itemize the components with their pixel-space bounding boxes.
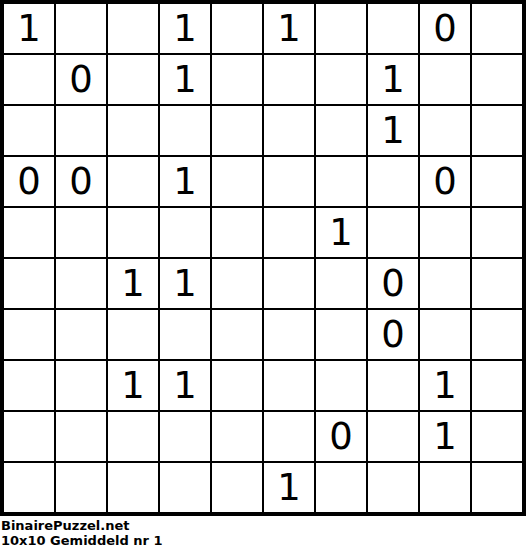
cell-r7c6[interactable] — [264, 310, 314, 359]
cell-r5c9[interactable] — [420, 208, 470, 257]
cell-r6c1[interactable] — [4, 259, 54, 308]
cell-r5c10[interactable] — [472, 208, 522, 257]
cell-r3c5[interactable] — [212, 106, 262, 155]
cell-r6c3: 1 — [108, 259, 158, 308]
cell-r3c3[interactable] — [108, 106, 158, 155]
cell-r6c10[interactable] — [472, 259, 522, 308]
cell-r2c9[interactable] — [420, 55, 470, 104]
cell-r9c6[interactable] — [264, 412, 314, 461]
cell-r5c5[interactable] — [212, 208, 262, 257]
cell-r2c7[interactable] — [316, 55, 366, 104]
cell-r10c4[interactable] — [160, 463, 210, 512]
cell-r6c7[interactable] — [316, 259, 366, 308]
cell-r4c2: 0 — [56, 157, 106, 206]
cell-r10c5[interactable] — [212, 463, 262, 512]
cell-r7c9[interactable] — [420, 310, 470, 359]
cell-r8c1[interactable] — [4, 361, 54, 410]
cell-r5c8[interactable] — [368, 208, 418, 257]
cell-r4c9: 0 — [420, 157, 470, 206]
cell-r4c8[interactable] — [368, 157, 418, 206]
cell-r2c2: 0 — [56, 55, 106, 104]
cell-r7c4[interactable] — [160, 310, 210, 359]
cell-r6c6[interactable] — [264, 259, 314, 308]
cell-r5c7: 1 — [316, 208, 366, 257]
cell-r4c1: 0 — [4, 157, 54, 206]
cell-r5c1[interactable] — [4, 208, 54, 257]
cell-r7c3[interactable] — [108, 310, 158, 359]
cell-r9c8[interactable] — [368, 412, 418, 461]
cell-r2c5[interactable] — [212, 55, 262, 104]
cell-r8c2[interactable] — [56, 361, 106, 410]
cell-r3c8: 1 — [368, 106, 418, 155]
cell-r6c8: 0 — [368, 259, 418, 308]
cell-r6c2[interactable] — [56, 259, 106, 308]
cell-r9c9: 1 — [420, 412, 470, 461]
cell-r6c5[interactable] — [212, 259, 262, 308]
cell-r3c10[interactable] — [472, 106, 522, 155]
cell-r6c9[interactable] — [420, 259, 470, 308]
cell-r8c8[interactable] — [368, 361, 418, 410]
cell-r10c6: 1 — [264, 463, 314, 512]
cell-r1c10[interactable] — [472, 4, 522, 53]
cell-r2c3[interactable] — [108, 55, 158, 104]
cell-r1c1: 1 — [4, 4, 54, 53]
cell-r9c4[interactable] — [160, 412, 210, 461]
cell-r3c4[interactable] — [160, 106, 210, 155]
cell-r1c3[interactable] — [108, 4, 158, 53]
cell-r4c4: 1 — [160, 157, 210, 206]
cell-r8c9: 1 — [420, 361, 470, 410]
puzzle-title: 10x10 Gemiddeld nr 1 — [1, 533, 524, 548]
cell-r9c1[interactable] — [4, 412, 54, 461]
cell-r10c2[interactable] — [56, 463, 106, 512]
cell-r9c2[interactable] — [56, 412, 106, 461]
cell-r3c9[interactable] — [420, 106, 470, 155]
cell-r10c3[interactable] — [108, 463, 158, 512]
cell-r5c6[interactable] — [264, 208, 314, 257]
cell-r2c6[interactable] — [264, 55, 314, 104]
cell-r1c9: 0 — [420, 4, 470, 53]
cell-r9c3[interactable] — [108, 412, 158, 461]
cell-r7c7[interactable] — [316, 310, 366, 359]
cell-r4c5[interactable] — [212, 157, 262, 206]
cell-r7c1[interactable] — [4, 310, 54, 359]
cell-r9c5[interactable] — [212, 412, 262, 461]
cell-r3c1[interactable] — [4, 106, 54, 155]
cell-r7c8: 0 — [368, 310, 418, 359]
cell-r7c5[interactable] — [212, 310, 262, 359]
cell-r10c8[interactable] — [368, 463, 418, 512]
cell-r8c4: 1 — [160, 361, 210, 410]
cell-r8c6[interactable] — [264, 361, 314, 410]
cell-r4c3[interactable] — [108, 157, 158, 206]
cell-r10c1[interactable] — [4, 463, 54, 512]
cell-r2c10[interactable] — [472, 55, 522, 104]
cell-r8c3: 1 — [108, 361, 158, 410]
cell-r5c4[interactable] — [160, 208, 210, 257]
cell-r10c7[interactable] — [316, 463, 366, 512]
cell-r7c10[interactable] — [472, 310, 522, 359]
cell-r4c7[interactable] — [316, 157, 366, 206]
cell-r6c4: 1 — [160, 259, 210, 308]
cell-r2c4: 1 — [160, 55, 210, 104]
cell-r10c9[interactable] — [420, 463, 470, 512]
cell-r2c1[interactable] — [4, 55, 54, 104]
cell-r1c8[interactable] — [368, 4, 418, 53]
footer: BinairePuzzel.net 10x10 Gemiddeld nr 1 — [0, 516, 526, 552]
cell-r10c10[interactable] — [472, 463, 522, 512]
cell-r1c6: 1 — [264, 4, 314, 53]
cell-r8c5[interactable] — [212, 361, 262, 410]
cell-r9c7: 0 — [316, 412, 366, 461]
cell-r3c7[interactable] — [316, 106, 366, 155]
cell-r5c2[interactable] — [56, 208, 106, 257]
cell-r1c7[interactable] — [316, 4, 366, 53]
cell-r4c6[interactable] — [264, 157, 314, 206]
cell-r8c10[interactable] — [472, 361, 522, 410]
cell-r1c4: 1 — [160, 4, 210, 53]
cell-r1c5[interactable] — [212, 4, 262, 53]
binary-puzzle-board: 11100111001011100111011 — [0, 0, 526, 516]
site-name: BinairePuzzel.net — [1, 518, 524, 533]
cell-r5c3[interactable] — [108, 208, 158, 257]
cell-r2c8: 1 — [368, 55, 418, 104]
cell-r7c2[interactable] — [56, 310, 106, 359]
cell-r1c2[interactable] — [56, 4, 106, 53]
cell-r9c10[interactable] — [472, 412, 522, 461]
cell-r8c7[interactable] — [316, 361, 366, 410]
cell-r4c10[interactable] — [472, 157, 522, 206]
cell-r3c2[interactable] — [56, 106, 106, 155]
cell-r3c6[interactable] — [264, 106, 314, 155]
